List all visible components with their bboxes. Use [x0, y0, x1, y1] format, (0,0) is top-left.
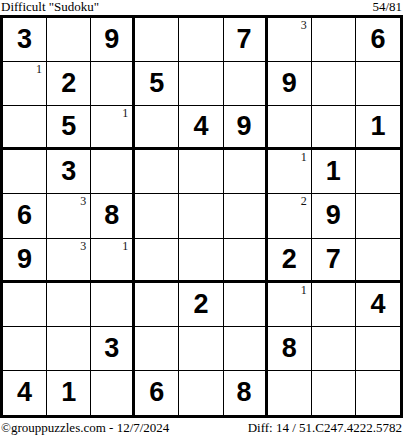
cell-r7c4[interactable] [135, 283, 179, 327]
cell-r1c9[interactable]: 6 [356, 18, 400, 62]
given-digit: 6 [370, 26, 385, 53]
given-digit: 9 [104, 26, 119, 53]
cell-r2c9[interactable] [356, 62, 400, 106]
cell-r1c4[interactable] [135, 18, 179, 62]
cell-r4c4[interactable] [135, 150, 179, 194]
cell-r1c1[interactable]: 3 [3, 18, 47, 62]
cell-r8c3[interactable]: 3 [91, 327, 135, 371]
given-digit: 1 [61, 379, 76, 406]
cell-r7c2[interactable] [47, 283, 91, 327]
given-digit: 8 [282, 335, 297, 362]
given-digit: 2 [282, 246, 297, 273]
pencil-mark: 2 [301, 195, 307, 207]
pencil-mark: 3 [80, 195, 86, 207]
given-digit: 8 [237, 379, 252, 406]
cell-r2c8[interactable] [312, 62, 356, 106]
cell-r5c1[interactable]: 6 [3, 194, 47, 238]
cell-r2c4[interactable]: 5 [135, 62, 179, 106]
empty-cells-counter: 54/81 [372, 0, 402, 14]
difficulty-code: Diff: 14 / 51.C247.4222.5782 [248, 420, 402, 436]
cell-r2c7[interactable]: 9 [268, 62, 312, 106]
cell-r1c7[interactable]: 3 [268, 18, 312, 62]
cell-r9c2[interactable]: 1 [47, 371, 91, 415]
cell-r3c5[interactable]: 4 [179, 106, 223, 150]
cell-r1c2[interactable] [47, 18, 91, 62]
cell-r8c7[interactable]: 8 [268, 327, 312, 371]
cell-r9c6[interactable]: 8 [224, 371, 268, 415]
pencil-mark: 3 [301, 19, 307, 31]
pencil-mark: 1 [301, 284, 307, 296]
cell-r1c3[interactable]: 9 [91, 18, 135, 62]
given-digit: 6 [17, 202, 32, 229]
cell-r9c9[interactable] [356, 371, 400, 415]
cell-r5c2[interactable]: 3 [47, 194, 91, 238]
cell-r5c5[interactable] [179, 194, 223, 238]
cell-r8c9[interactable] [356, 327, 400, 371]
pencil-mark: 1 [122, 107, 128, 119]
cell-r9c7[interactable] [268, 371, 312, 415]
cell-r6c2[interactable]: 3 [47, 239, 91, 283]
cell-r8c8[interactable] [312, 327, 356, 371]
cell-r5c8[interactable]: 9 [312, 194, 356, 238]
cell-r7c8[interactable] [312, 283, 356, 327]
cell-r3c4[interactable] [135, 106, 179, 150]
cell-r6c5[interactable] [179, 239, 223, 283]
given-digit: 5 [149, 70, 164, 97]
cell-r6c1[interactable]: 9 [3, 239, 47, 283]
given-digit: 5 [61, 113, 76, 140]
cell-r8c2[interactable] [47, 327, 91, 371]
cell-r2c1[interactable]: 1 [3, 62, 47, 106]
cell-r3c6[interactable]: 9 [224, 106, 268, 150]
given-digit: 6 [149, 379, 164, 406]
footer: ©grouppuzzles.com - 12/7/2024 Diff: 14 /… [0, 418, 403, 437]
cell-r2c2[interactable]: 2 [47, 62, 91, 106]
given-digit: 3 [61, 158, 76, 185]
cell-r8c6[interactable] [224, 327, 268, 371]
given-digit: 4 [193, 113, 208, 140]
cell-r6c6[interactable] [224, 239, 268, 283]
puzzle-title: Difficult "Sudoku" [1, 0, 99, 14]
copyright-date: ©grouppuzzles.com - 12/7/2024 [1, 420, 169, 436]
cell-r5c9[interactable] [356, 194, 400, 238]
cell-r4c8[interactable]: 1 [312, 150, 356, 194]
cell-r5c6[interactable] [224, 194, 268, 238]
cell-r7c9[interactable]: 4 [356, 283, 400, 327]
cell-r1c6[interactable]: 7 [224, 18, 268, 62]
cell-r9c5[interactable] [179, 371, 223, 415]
given-digit: 7 [237, 26, 252, 53]
given-digit: 2 [193, 291, 208, 318]
cell-r9c8[interactable] [312, 371, 356, 415]
cell-r7c6[interactable] [224, 283, 268, 327]
cell-r7c5[interactable]: 2 [179, 283, 223, 327]
cell-r8c1[interactable] [3, 327, 47, 371]
pencil-mark: 1 [301, 151, 307, 163]
cell-r5c7[interactable]: 2 [268, 194, 312, 238]
given-digit: 9 [326, 202, 341, 229]
cell-r3c1[interactable] [3, 106, 47, 150]
cell-r6c9[interactable] [356, 239, 400, 283]
cell-r4c2[interactable]: 3 [47, 150, 91, 194]
header: Difficult "Sudoku" 54/81 [0, 0, 403, 15]
given-digit: 9 [282, 70, 297, 97]
cell-r3c2[interactable]: 5 [47, 106, 91, 150]
given-digit: 9 [17, 246, 32, 273]
cell-r7c3[interactable] [91, 283, 135, 327]
given-digit: 3 [104, 335, 119, 362]
given-digit: 1 [370, 113, 385, 140]
cell-r1c5[interactable] [179, 18, 223, 62]
cell-r2c3[interactable] [91, 62, 135, 106]
cell-r4c1[interactable] [3, 150, 47, 194]
cell-r8c5[interactable] [179, 327, 223, 371]
cell-r1c8[interactable] [312, 18, 356, 62]
cell-r9c1[interactable]: 4 [3, 371, 47, 415]
cell-r6c3[interactable]: 1 [91, 239, 135, 283]
cell-r5c3[interactable]: 8 [91, 194, 135, 238]
pencil-mark: 1 [122, 240, 128, 252]
given-digit: 7 [326, 246, 341, 273]
cell-r3c3[interactable]: 1 [91, 106, 135, 150]
given-digit: 8 [104, 202, 119, 229]
given-digit: 3 [17, 26, 32, 53]
cell-r3c9[interactable]: 1 [356, 106, 400, 150]
cell-r9c3[interactable] [91, 371, 135, 415]
cell-r7c7[interactable]: 1 [268, 283, 312, 327]
sudoku-board: 397361259514913116382993127214384168 [0, 15, 403, 418]
cell-r7c1[interactable] [3, 283, 47, 327]
cell-r4c5[interactable] [179, 150, 223, 194]
given-digit: 4 [370, 291, 385, 318]
cell-r9c4[interactable]: 6 [135, 371, 179, 415]
pencil-mark: 1 [36, 63, 42, 75]
given-digit: 4 [17, 379, 32, 406]
cell-r3c7[interactable] [268, 106, 312, 150]
cell-r5c4[interactable] [135, 194, 179, 238]
pencil-mark: 3 [80, 240, 86, 252]
cell-r8c4[interactable] [135, 327, 179, 371]
given-digit: 2 [61, 70, 76, 97]
cell-r6c4[interactable] [135, 239, 179, 283]
cell-r4c7[interactable]: 1 [268, 150, 312, 194]
cell-r4c6[interactable] [224, 150, 268, 194]
given-digit: 1 [326, 158, 341, 185]
cell-r2c6[interactable] [224, 62, 268, 106]
cell-r2c5[interactable] [179, 62, 223, 106]
cell-r6c7[interactable]: 2 [268, 239, 312, 283]
cell-r3c8[interactable] [312, 106, 356, 150]
cell-r4c3[interactable] [91, 150, 135, 194]
cell-r6c8[interactable]: 7 [312, 239, 356, 283]
cell-r4c9[interactable] [356, 150, 400, 194]
given-digit: 9 [237, 113, 252, 140]
